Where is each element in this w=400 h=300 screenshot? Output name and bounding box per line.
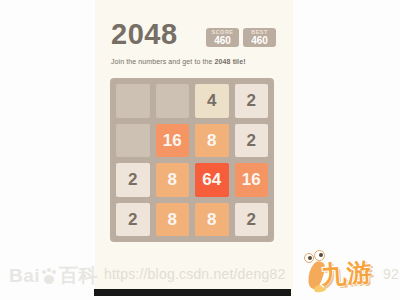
game-title: 2048 xyxy=(111,20,178,49)
tile-8: 8 xyxy=(195,203,229,237)
tile-64: 64 xyxy=(195,163,229,197)
tile-8: 8 xyxy=(195,124,229,158)
tile-2: 2 xyxy=(235,84,269,118)
empty-cell xyxy=(156,84,190,118)
best-box: BEST 460 xyxy=(243,28,276,47)
tile-2: 2 xyxy=(235,203,269,237)
tile-2: 2 xyxy=(235,124,269,158)
csdn-url-watermark: https://blog.csdn.net/deng82 xyxy=(104,266,286,282)
tile-2: 2 xyxy=(116,203,150,237)
baidu-paw-icon xyxy=(42,268,57,285)
score-value: 460 xyxy=(214,35,231,46)
game-page: 2048 SCORE 460 BEST 460 Join the numbers… xyxy=(95,0,293,296)
subtitle-goal: 2048 tile! xyxy=(215,58,246,65)
tile-4: 4 xyxy=(195,84,229,118)
jiuyou-logo-watermark: 九游 xyxy=(300,247,400,299)
tile-16: 16 xyxy=(235,163,269,197)
baidu-text-latin: Bai xyxy=(9,265,40,287)
empty-cell xyxy=(116,84,150,118)
empty-cell xyxy=(116,124,150,158)
tile-16: 16 xyxy=(156,124,190,158)
subtitle-text: Join the numbers and get to the xyxy=(111,58,215,65)
tile-8: 8 xyxy=(156,203,190,237)
score-box: SCORE 460 xyxy=(206,28,239,47)
jiuyou-text: 九游 xyxy=(320,255,374,292)
baidu-baike-watermark: Bai 百科 xyxy=(9,263,98,289)
game-board[interactable]: 4216822864162882 xyxy=(110,78,274,242)
jiuyou-mascot-eye xyxy=(304,253,314,263)
screenshot: 2048 SCORE 460 BEST 460 Join the numbers… xyxy=(0,0,400,300)
best-value: 460 xyxy=(251,35,268,46)
tile-2: 2 xyxy=(116,163,150,197)
bottom-black-bar xyxy=(94,289,291,296)
baidu-text-cjk: 百科 xyxy=(59,263,98,289)
score-label: SCORE xyxy=(211,29,233,36)
tile-8: 8 xyxy=(156,163,190,197)
subtitle: Join the numbers and get to the 2048 til… xyxy=(111,58,246,65)
best-label: BEST xyxy=(251,29,268,36)
score-panel: SCORE 460 BEST 460 xyxy=(206,28,276,47)
